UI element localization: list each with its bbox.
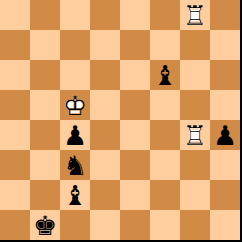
black-king-fill: ♚ bbox=[30, 210, 60, 240]
square-d3[interactable] bbox=[90, 150, 120, 180]
black-bishop-fill: ♝ bbox=[60, 180, 90, 210]
square-h6[interactable] bbox=[210, 60, 240, 90]
chess-board: ♜♖♝♚♔♟♜♖♟♞♝♚ bbox=[0, 0, 240, 240]
square-f8[interactable] bbox=[150, 0, 180, 30]
square-a7[interactable] bbox=[0, 30, 30, 60]
square-g1[interactable] bbox=[180, 210, 210, 240]
square-d6[interactable] bbox=[90, 60, 120, 90]
square-c1[interactable] bbox=[60, 210, 90, 240]
square-c8[interactable] bbox=[60, 0, 90, 30]
black-knight-icon[interactable]: ♞ bbox=[60, 150, 90, 180]
white-king-outline: ♔ bbox=[60, 90, 90, 120]
white-rook-outline: ♖ bbox=[180, 0, 210, 30]
black-bishop-fill: ♝ bbox=[150, 60, 180, 90]
square-b7[interactable] bbox=[30, 30, 60, 60]
white-rook-outline: ♖ bbox=[180, 120, 210, 150]
black-knight-fill: ♞ bbox=[60, 150, 90, 180]
square-g4[interactable]: ♜♖ bbox=[180, 120, 210, 150]
square-c2[interactable]: ♝ bbox=[60, 180, 90, 210]
square-g5[interactable] bbox=[180, 90, 210, 120]
square-b3[interactable] bbox=[30, 150, 60, 180]
square-a3[interactable] bbox=[0, 150, 30, 180]
square-g2[interactable] bbox=[180, 180, 210, 210]
square-b6[interactable] bbox=[30, 60, 60, 90]
square-g8[interactable]: ♜♖ bbox=[180, 0, 210, 30]
square-a2[interactable] bbox=[0, 180, 30, 210]
square-a8[interactable] bbox=[0, 0, 30, 30]
black-king-icon[interactable]: ♚ bbox=[30, 210, 60, 240]
square-d8[interactable] bbox=[90, 0, 120, 30]
square-e5[interactable] bbox=[120, 90, 150, 120]
square-e8[interactable] bbox=[120, 0, 150, 30]
square-f3[interactable] bbox=[150, 150, 180, 180]
square-h4[interactable]: ♟ bbox=[210, 120, 240, 150]
square-c3[interactable]: ♞ bbox=[60, 150, 90, 180]
square-b5[interactable] bbox=[30, 90, 60, 120]
square-d5[interactable] bbox=[90, 90, 120, 120]
square-g7[interactable] bbox=[180, 30, 210, 60]
square-d1[interactable] bbox=[90, 210, 120, 240]
square-f2[interactable] bbox=[150, 180, 180, 210]
square-c4[interactable]: ♟ bbox=[60, 120, 90, 150]
square-c5[interactable]: ♚♔ bbox=[60, 90, 90, 120]
square-a6[interactable] bbox=[0, 60, 30, 90]
square-b2[interactable] bbox=[30, 180, 60, 210]
square-f4[interactable] bbox=[150, 120, 180, 150]
square-h1[interactable] bbox=[210, 210, 240, 240]
square-h3[interactable] bbox=[210, 150, 240, 180]
square-c7[interactable] bbox=[60, 30, 90, 60]
square-h2[interactable] bbox=[210, 180, 240, 210]
board-frame: ♜♖♝♚♔♟♜♖♟♞♝♚ bbox=[0, 0, 242, 242]
white-king-icon[interactable]: ♚♔ bbox=[60, 90, 90, 120]
square-d7[interactable] bbox=[90, 30, 120, 60]
square-e3[interactable] bbox=[120, 150, 150, 180]
black-bishop-icon[interactable]: ♝ bbox=[60, 180, 90, 210]
square-f6[interactable]: ♝ bbox=[150, 60, 180, 90]
square-b1[interactable]: ♚ bbox=[30, 210, 60, 240]
square-e2[interactable] bbox=[120, 180, 150, 210]
black-pawn-fill: ♟ bbox=[210, 120, 240, 150]
square-d4[interactable] bbox=[90, 120, 120, 150]
square-b8[interactable] bbox=[30, 0, 60, 30]
square-e1[interactable] bbox=[120, 210, 150, 240]
black-pawn-icon[interactable]: ♟ bbox=[210, 120, 240, 150]
square-h8[interactable] bbox=[210, 0, 240, 30]
square-g3[interactable] bbox=[180, 150, 210, 180]
square-b4[interactable] bbox=[30, 120, 60, 150]
square-h7[interactable] bbox=[210, 30, 240, 60]
square-f7[interactable] bbox=[150, 30, 180, 60]
square-e7[interactable] bbox=[120, 30, 150, 60]
square-a4[interactable] bbox=[0, 120, 30, 150]
square-h5[interactable] bbox=[210, 90, 240, 120]
black-pawn-icon[interactable]: ♟ bbox=[60, 120, 90, 150]
white-rook-icon[interactable]: ♜♖ bbox=[180, 120, 210, 150]
square-d2[interactable] bbox=[90, 180, 120, 210]
square-f1[interactable] bbox=[150, 210, 180, 240]
square-f5[interactable] bbox=[150, 90, 180, 120]
square-a1[interactable] bbox=[0, 210, 30, 240]
square-g6[interactable] bbox=[180, 60, 210, 90]
black-pawn-fill: ♟ bbox=[60, 120, 90, 150]
white-rook-icon[interactable]: ♜♖ bbox=[180, 0, 210, 30]
square-a5[interactable] bbox=[0, 90, 30, 120]
black-bishop-icon[interactable]: ♝ bbox=[150, 60, 180, 90]
chess-board-screenshot: ♜♖♝♚♔♟♜♖♟♞♝♚ bbox=[0, 0, 242, 242]
square-e4[interactable] bbox=[120, 120, 150, 150]
square-e6[interactable] bbox=[120, 60, 150, 90]
square-c6[interactable] bbox=[60, 60, 90, 90]
